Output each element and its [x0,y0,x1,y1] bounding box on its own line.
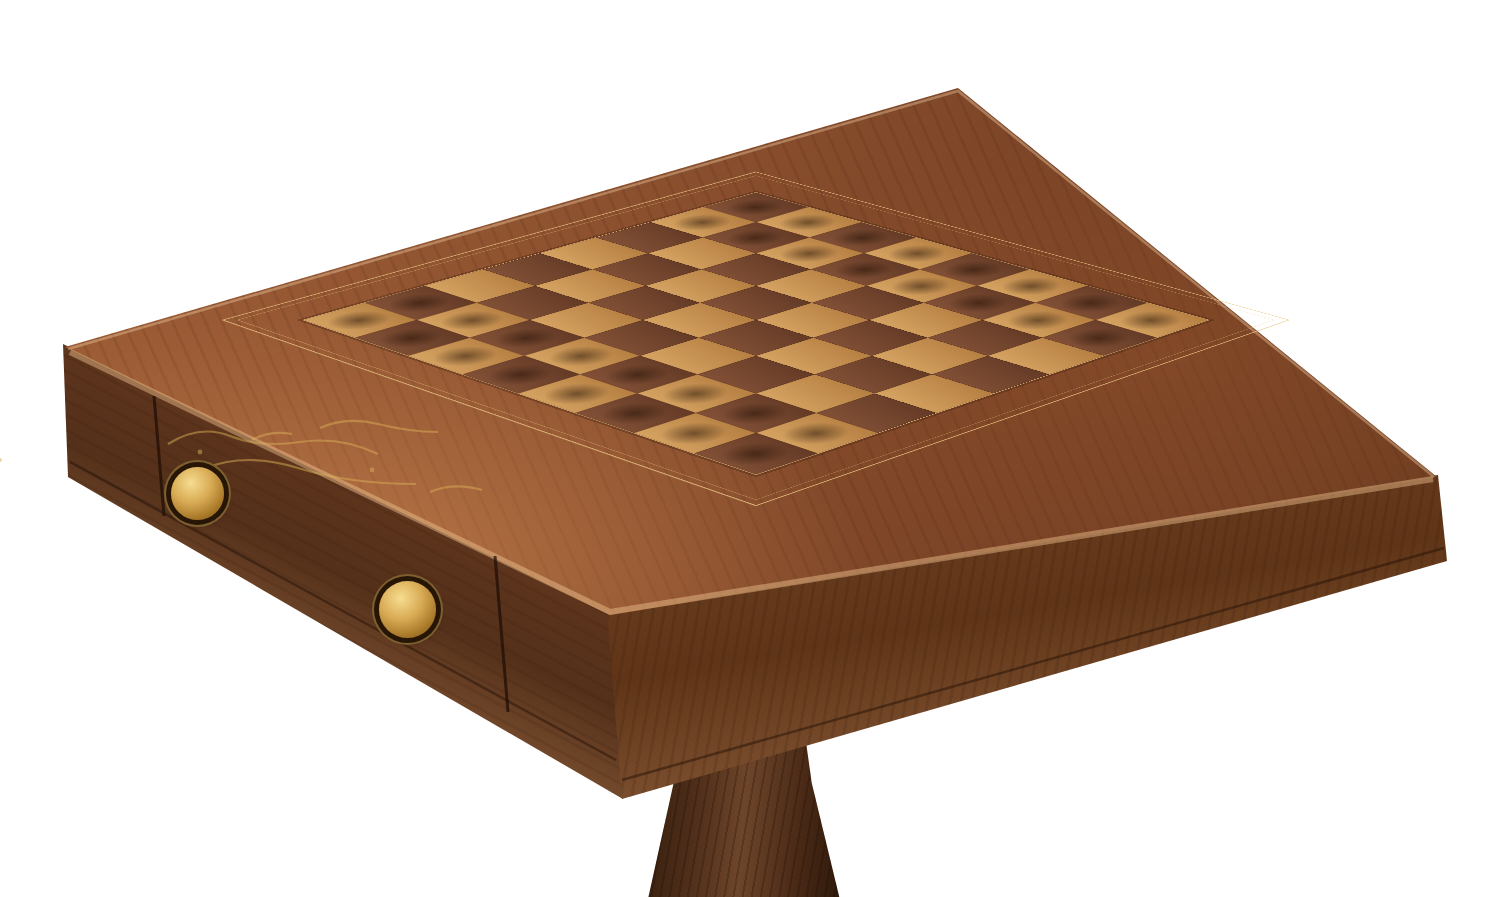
square-h8[interactable]: ♜ [694,433,817,475]
piece-black-rook[interactable]: ♜ [695,322,816,457]
board-stage: ♜♞♝♛♚♝♞♜♟♟♟♟♟♟♟♟♟♟♟♟♟♟♟♟♜♞♝♚♛♝♞♜ [0,0,1500,897]
piece-white-pawn[interactable]: ♟ [1051,234,1147,341]
chessboard[interactable]: ♜♞♝♛♚♝♞♜♟♟♟♟♟♟♟♟♟♟♟♟♟♟♟♟♜♞♝♚♛♝♞♜ [303,192,1208,474]
